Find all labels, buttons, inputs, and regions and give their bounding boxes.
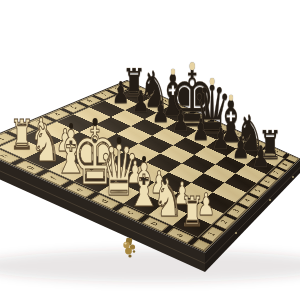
chess-set-photo: 12345678hhggffeeddccbbaa12345678 ♜♞♝♛♚♝♞… xyxy=(0,0,300,300)
drop-shadow xyxy=(0,250,300,282)
